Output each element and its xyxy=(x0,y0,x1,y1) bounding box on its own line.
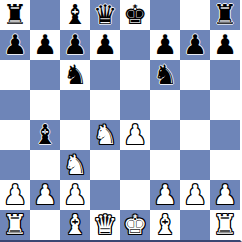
square-h8[interactable]: ♜ xyxy=(210,0,240,30)
white-pawn[interactable]: ♟ xyxy=(30,180,60,210)
square-c5[interactable] xyxy=(60,90,90,120)
square-h5[interactable] xyxy=(210,90,240,120)
square-g6[interactable] xyxy=(180,60,210,90)
black-king[interactable]: ♚ xyxy=(120,0,150,30)
square-e3[interactable] xyxy=(120,150,150,180)
square-c2[interactable]: ♟ xyxy=(60,180,90,210)
square-d1[interactable]: ♛ xyxy=(90,210,120,240)
square-d7[interactable]: ♟ xyxy=(90,30,120,60)
white-pawn[interactable]: ♟ xyxy=(180,180,210,210)
white-knight[interactable]: ♞ xyxy=(60,150,90,180)
square-g4[interactable] xyxy=(180,120,210,150)
square-b8[interactable] xyxy=(30,0,60,30)
square-d4[interactable]: ♞ xyxy=(90,120,120,150)
square-f2[interactable]: ♟ xyxy=(150,180,180,210)
square-f4[interactable] xyxy=(150,120,180,150)
square-a5[interactable] xyxy=(0,90,30,120)
square-c3[interactable]: ♞ xyxy=(60,150,90,180)
square-e5[interactable] xyxy=(120,90,150,120)
black-bishop[interactable]: ♝ xyxy=(30,120,60,150)
square-e6[interactable] xyxy=(120,60,150,90)
black-pawn[interactable]: ♟ xyxy=(60,30,90,60)
black-bishop[interactable]: ♝ xyxy=(60,0,90,30)
white-king[interactable]: ♚ xyxy=(120,210,150,240)
white-bishop[interactable]: ♝ xyxy=(150,210,180,240)
square-d8[interactable]: ♛ xyxy=(90,0,120,30)
square-g8[interactable] xyxy=(180,0,210,30)
square-e1[interactable]: ♚ xyxy=(120,210,150,240)
square-f3[interactable] xyxy=(150,150,180,180)
square-b2[interactable]: ♟ xyxy=(30,180,60,210)
square-h4[interactable] xyxy=(210,120,240,150)
square-a6[interactable] xyxy=(0,60,30,90)
white-pawn[interactable]: ♟ xyxy=(150,180,180,210)
white-pawn[interactable]: ♟ xyxy=(0,180,30,210)
square-f5[interactable] xyxy=(150,90,180,120)
chess-board: ♜♝♛♚♜♟♟♟♟♟♟♟♞♞♝♞♟♞♟♟♟♟♟♟♜♝♛♚♝♜ xyxy=(0,0,242,242)
square-b6[interactable] xyxy=(30,60,60,90)
square-c6[interactable]: ♞ xyxy=(60,60,90,90)
square-h2[interactable]: ♟ xyxy=(210,180,240,210)
square-g2[interactable]: ♟ xyxy=(180,180,210,210)
square-d6[interactable] xyxy=(90,60,120,90)
square-f1[interactable]: ♝ xyxy=(150,210,180,240)
square-c8[interactable]: ♝ xyxy=(60,0,90,30)
black-pawn[interactable]: ♟ xyxy=(150,30,180,60)
square-e8[interactable]: ♚ xyxy=(120,0,150,30)
square-d2[interactable] xyxy=(90,180,120,210)
square-e4[interactable]: ♟ xyxy=(120,120,150,150)
square-a8[interactable]: ♜ xyxy=(0,0,30,30)
square-e7[interactable] xyxy=(120,30,150,60)
square-a3[interactable] xyxy=(0,150,30,180)
black-queen[interactable]: ♛ xyxy=(90,0,120,30)
square-h6[interactable] xyxy=(210,60,240,90)
chess-board-container: ♜♝♛♚♜♟♟♟♟♟♟♟♞♞♝♞♟♞♟♟♟♟♟♟♜♝♛♚♝♜ xyxy=(0,0,242,242)
white-pawn[interactable]: ♟ xyxy=(210,180,240,210)
square-c1[interactable]: ♝ xyxy=(60,210,90,240)
white-pawn[interactable]: ♟ xyxy=(120,120,150,150)
square-a4[interactable] xyxy=(0,120,30,150)
square-b3[interactable] xyxy=(30,150,60,180)
black-pawn[interactable]: ♟ xyxy=(210,30,240,60)
white-bishop[interactable]: ♝ xyxy=(60,210,90,240)
square-g3[interactable] xyxy=(180,150,210,180)
black-knight[interactable]: ♞ xyxy=(150,60,180,90)
square-f7[interactable]: ♟ xyxy=(150,30,180,60)
white-queen[interactable]: ♛ xyxy=(90,210,120,240)
square-f6[interactable]: ♞ xyxy=(150,60,180,90)
square-b4[interactable]: ♝ xyxy=(30,120,60,150)
white-rook[interactable]: ♜ xyxy=(0,210,30,240)
square-a1[interactable]: ♜ xyxy=(0,210,30,240)
square-h1[interactable]: ♜ xyxy=(210,210,240,240)
black-pawn[interactable]: ♟ xyxy=(30,30,60,60)
square-g7[interactable]: ♟ xyxy=(180,30,210,60)
square-b1[interactable] xyxy=(30,210,60,240)
square-f8[interactable] xyxy=(150,0,180,30)
white-rook[interactable]: ♜ xyxy=(210,210,240,240)
black-rook[interactable]: ♜ xyxy=(210,0,240,30)
square-d5[interactable] xyxy=(90,90,120,120)
white-pawn[interactable]: ♟ xyxy=(60,180,90,210)
black-pawn[interactable]: ♟ xyxy=(90,30,120,60)
square-e2[interactable] xyxy=(120,180,150,210)
square-c4[interactable] xyxy=(60,120,90,150)
square-g1[interactable] xyxy=(180,210,210,240)
black-pawn[interactable]: ♟ xyxy=(180,30,210,60)
square-h3[interactable] xyxy=(210,150,240,180)
square-a7[interactable]: ♟ xyxy=(0,30,30,60)
square-b7[interactable]: ♟ xyxy=(30,30,60,60)
square-b5[interactable] xyxy=(30,90,60,120)
square-a2[interactable]: ♟ xyxy=(0,180,30,210)
black-rook[interactable]: ♜ xyxy=(0,0,30,30)
square-g5[interactable] xyxy=(180,90,210,120)
square-d3[interactable] xyxy=(90,150,120,180)
black-pawn[interactable]: ♟ xyxy=(0,30,30,60)
black-knight[interactable]: ♞ xyxy=(60,60,90,90)
square-h7[interactable]: ♟ xyxy=(210,30,240,60)
square-c7[interactable]: ♟ xyxy=(60,30,90,60)
white-knight[interactable]: ♞ xyxy=(90,120,120,150)
